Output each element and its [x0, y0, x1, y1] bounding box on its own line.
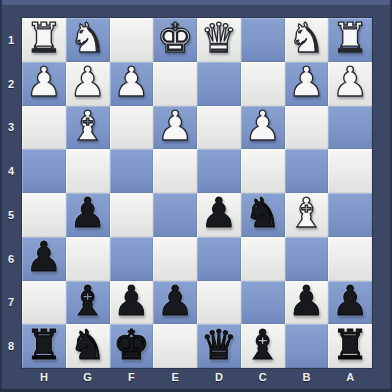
square-d5[interactable]: ♟ — [197, 193, 241, 237]
square-c4[interactable] — [241, 149, 285, 193]
square-c2[interactable] — [241, 62, 285, 106]
rank-labels: 12345678 — [0, 18, 22, 368]
square-e7[interactable]: ♟ — [153, 281, 197, 325]
white-pawn-piece: ♟ — [332, 62, 369, 103]
black-king-piece: ♚ — [113, 325, 150, 366]
white-bishop-piece: ♝ — [69, 106, 106, 147]
square-b8[interactable] — [285, 324, 329, 368]
square-c7[interactable] — [241, 281, 285, 325]
black-knight-piece: ♞ — [244, 193, 281, 234]
square-f3[interactable] — [110, 106, 154, 150]
rank-label-4: 4 — [0, 149, 22, 193]
file-label-f: F — [110, 368, 154, 389]
file-label-c: C — [241, 368, 285, 389]
square-e2[interactable] — [153, 62, 197, 106]
frame-top-highlight — [0, 0, 392, 5]
rank-label-2: 2 — [0, 62, 22, 106]
white-bishop-piece: ♝ — [288, 193, 325, 234]
square-c5[interactable]: ♞ — [241, 193, 285, 237]
square-b7[interactable]: ♟ — [285, 281, 329, 325]
rank-label-3: 3 — [0, 106, 22, 150]
file-label-a: A — [328, 368, 372, 389]
square-g3[interactable]: ♝ — [66, 106, 110, 150]
white-rook-piece: ♜ — [25, 18, 62, 59]
square-e4[interactable] — [153, 149, 197, 193]
square-g5[interactable]: ♟ — [66, 193, 110, 237]
square-f4[interactable] — [110, 149, 154, 193]
white-pawn-piece: ♟ — [157, 106, 194, 147]
black-pawn-piece: ♟ — [69, 193, 106, 234]
rank-label-5: 5 — [0, 193, 22, 237]
square-b5[interactable]: ♝ — [285, 193, 329, 237]
file-labels: HGFEDCBA — [22, 368, 372, 389]
square-a6[interactable] — [328, 237, 372, 281]
square-c6[interactable] — [241, 237, 285, 281]
black-rook-piece: ♜ — [332, 325, 369, 366]
square-h4[interactable] — [22, 149, 66, 193]
square-c8[interactable]: ♝ — [241, 324, 285, 368]
black-pawn-piece: ♟ — [288, 281, 325, 322]
square-f6[interactable] — [110, 237, 154, 281]
white-pawn-piece: ♟ — [113, 62, 150, 103]
square-f5[interactable] — [110, 193, 154, 237]
square-b4[interactable] — [285, 149, 329, 193]
square-d3[interactable] — [197, 106, 241, 150]
square-d1[interactable]: ♛ — [197, 18, 241, 62]
square-f2[interactable]: ♟ — [110, 62, 154, 106]
square-a8[interactable]: ♜ — [328, 324, 372, 368]
rank-label-7: 7 — [0, 281, 22, 325]
square-b1[interactable]: ♞ — [285, 18, 329, 62]
square-d6[interactable] — [197, 237, 241, 281]
square-a1[interactable]: ♜ — [328, 18, 372, 62]
square-g6[interactable] — [66, 237, 110, 281]
rank-label-6: 6 — [0, 237, 22, 281]
rank-label-8: 8 — [0, 324, 22, 368]
square-h5[interactable] — [22, 193, 66, 237]
white-knight-piece: ♞ — [288, 18, 325, 59]
square-e5[interactable] — [153, 193, 197, 237]
black-bishop-piece: ♝ — [244, 325, 281, 366]
square-b6[interactable] — [285, 237, 329, 281]
square-g8[interactable]: ♞ — [66, 324, 110, 368]
square-d7[interactable] — [197, 281, 241, 325]
square-c3[interactable]: ♟ — [241, 106, 285, 150]
file-label-e: E — [153, 368, 197, 389]
square-f1[interactable] — [110, 18, 154, 62]
black-rook-piece: ♜ — [25, 325, 62, 366]
white-pawn-piece: ♟ — [288, 62, 325, 103]
file-label-g: G — [66, 368, 110, 389]
square-a3[interactable] — [328, 106, 372, 150]
square-h1[interactable]: ♜ — [22, 18, 66, 62]
rank-label-1: 1 — [0, 18, 22, 62]
square-c1[interactable] — [241, 18, 285, 62]
square-h6[interactable]: ♟ — [22, 237, 66, 281]
square-h2[interactable]: ♟ — [22, 62, 66, 106]
square-d4[interactable] — [197, 149, 241, 193]
black-knight-piece: ♞ — [69, 325, 106, 366]
square-f8[interactable]: ♚ — [110, 324, 154, 368]
black-pawn-piece: ♟ — [332, 281, 369, 322]
square-a2[interactable]: ♟ — [328, 62, 372, 106]
white-pawn-piece: ♟ — [25, 62, 62, 103]
square-f7[interactable]: ♟ — [110, 281, 154, 325]
black-queen-piece: ♛ — [200, 325, 237, 366]
chess-diagram: 12345678 ♜♞♚♛♞♜♟♟♟♟♟♝♟♟♟♟♞♝♟♝♟♟♟♟♜♞♚♛♝♜ … — [0, 0, 392, 392]
square-h3[interactable] — [22, 106, 66, 150]
white-king-piece: ♚ — [157, 18, 194, 59]
square-d2[interactable] — [197, 62, 241, 106]
square-b2[interactable]: ♟ — [285, 62, 329, 106]
black-pawn-piece: ♟ — [200, 193, 237, 234]
file-label-d: D — [197, 368, 241, 389]
square-e1[interactable]: ♚ — [153, 18, 197, 62]
square-g2[interactable]: ♟ — [66, 62, 110, 106]
file-label-h: H — [22, 368, 66, 389]
white-pawn-piece: ♟ — [244, 106, 281, 147]
square-h7[interactable] — [22, 281, 66, 325]
square-a4[interactable] — [328, 149, 372, 193]
square-d8[interactable]: ♛ — [197, 324, 241, 368]
square-a5[interactable] — [328, 193, 372, 237]
black-bishop-piece: ♝ — [69, 281, 106, 322]
square-e3[interactable]: ♟ — [153, 106, 197, 150]
square-h8[interactable]: ♜ — [22, 324, 66, 368]
square-g7[interactable]: ♝ — [66, 281, 110, 325]
square-e8[interactable] — [153, 324, 197, 368]
black-pawn-piece: ♟ — [25, 237, 62, 278]
chess-board: ♜♞♚♛♞♜♟♟♟♟♟♝♟♟♟♟♞♝♟♝♟♟♟♟♜♞♚♛♝♜ — [22, 18, 372, 368]
square-e6[interactable] — [153, 237, 197, 281]
white-knight-piece: ♞ — [69, 18, 106, 59]
white-pawn-piece: ♟ — [69, 62, 106, 103]
square-b3[interactable] — [285, 106, 329, 150]
white-rook-piece: ♜ — [332, 18, 369, 59]
file-label-b: B — [285, 368, 329, 389]
black-pawn-piece: ♟ — [157, 281, 194, 322]
black-pawn-piece: ♟ — [113, 281, 150, 322]
square-g4[interactable] — [66, 149, 110, 193]
square-g1[interactable]: ♞ — [66, 18, 110, 62]
white-queen-piece: ♛ — [200, 18, 237, 59]
square-a7[interactable]: ♟ — [328, 281, 372, 325]
